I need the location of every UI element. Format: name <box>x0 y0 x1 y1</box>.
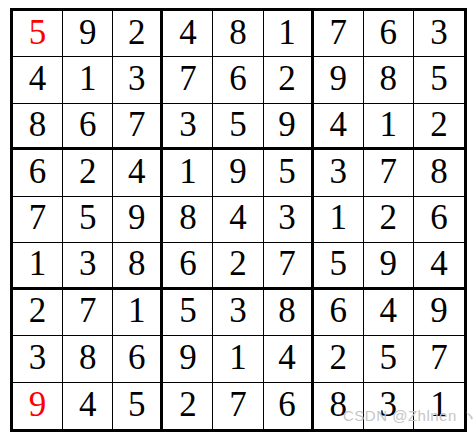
cell-r1c3: 2 <box>113 11 163 57</box>
cell-r3c1: 8 <box>13 104 63 150</box>
sudoku-board: 5924817634137629858673594126241953787598… <box>10 8 467 432</box>
cell-r7c4: 5 <box>163 290 213 336</box>
cell-r2c1: 4 <box>13 57 63 103</box>
cell-r3c6: 9 <box>264 104 314 150</box>
cell-r9c5: 7 <box>213 383 263 429</box>
cell-r1c4: 4 <box>163 11 213 57</box>
cell-r4c3: 4 <box>113 150 163 196</box>
cell-r1c1: 5 <box>13 11 63 57</box>
cell-r4c2: 2 <box>63 150 113 196</box>
cell-r3c4: 3 <box>163 104 213 150</box>
cell-r5c4: 8 <box>163 197 213 243</box>
cell-r6c7: 5 <box>314 243 364 289</box>
cell-r4c9: 8 <box>414 150 464 196</box>
cell-r4c1: 6 <box>13 150 63 196</box>
cell-r5c5: 4 <box>213 197 263 243</box>
cell-r6c3: 8 <box>113 243 163 289</box>
cell-r6c6: 7 <box>264 243 314 289</box>
cell-r8c1: 3 <box>13 336 63 382</box>
watermark: CSDN @Zhlnen ヽ <box>343 407 476 426</box>
cell-r2c2: 1 <box>63 57 113 103</box>
cell-r5c1: 7 <box>13 197 63 243</box>
cell-r1c7: 7 <box>314 11 364 57</box>
cell-r9c1: 9 <box>13 383 63 429</box>
cell-r5c2: 5 <box>63 197 113 243</box>
cell-r9c2: 4 <box>63 383 113 429</box>
cell-r7c5: 3 <box>213 290 263 336</box>
cell-r1c9: 3 <box>414 11 464 57</box>
cell-r2c4: 7 <box>163 57 213 103</box>
cell-r1c5: 8 <box>213 11 263 57</box>
cell-r4c6: 5 <box>264 150 314 196</box>
cell-r8c9: 7 <box>414 336 464 382</box>
cell-r8c3: 6 <box>113 336 163 382</box>
cell-r6c9: 4 <box>414 243 464 289</box>
cell-r8c4: 9 <box>163 336 213 382</box>
cell-r8c8: 5 <box>364 336 414 382</box>
cell-r8c2: 8 <box>63 336 113 382</box>
cell-r7c9: 9 <box>414 290 464 336</box>
cell-r4c5: 9 <box>213 150 263 196</box>
cell-r7c7: 6 <box>314 290 364 336</box>
cell-r5c3: 9 <box>113 197 163 243</box>
cell-r5c6: 3 <box>264 197 314 243</box>
cell-r2c7: 9 <box>314 57 364 103</box>
cell-r6c5: 2 <box>213 243 263 289</box>
cell-r5c8: 2 <box>364 197 414 243</box>
cell-r2c3: 3 <box>113 57 163 103</box>
cell-r8c6: 4 <box>264 336 314 382</box>
sudoku-diagram: 5924817634137629858673594126241953787598… <box>0 0 476 440</box>
cell-r8c7: 2 <box>314 336 364 382</box>
cell-r7c6: 8 <box>264 290 314 336</box>
cell-r5c7: 1 <box>314 197 364 243</box>
cell-r6c4: 6 <box>163 243 213 289</box>
cell-r2c5: 6 <box>213 57 263 103</box>
cell-r8c5: 1 <box>213 336 263 382</box>
cell-r1c8: 6 <box>364 11 414 57</box>
cell-r3c9: 2 <box>414 104 464 150</box>
cell-r3c8: 1 <box>364 104 414 150</box>
cell-r7c3: 1 <box>113 290 163 336</box>
cell-r7c2: 7 <box>63 290 113 336</box>
cell-r9c4: 2 <box>163 383 213 429</box>
cell-r3c5: 5 <box>213 104 263 150</box>
cell-r4c8: 7 <box>364 150 414 196</box>
cell-r9c3: 5 <box>113 383 163 429</box>
cell-r6c1: 1 <box>13 243 63 289</box>
cell-r3c3: 7 <box>113 104 163 150</box>
cell-r2c6: 2 <box>264 57 314 103</box>
cell-r4c7: 3 <box>314 150 364 196</box>
cell-r7c1: 2 <box>13 290 63 336</box>
cell-r6c8: 9 <box>364 243 414 289</box>
cell-r2c8: 8 <box>364 57 414 103</box>
cell-r2c9: 5 <box>414 57 464 103</box>
cell-r3c2: 6 <box>63 104 113 150</box>
cell-r9c6: 6 <box>264 383 314 429</box>
cell-r5c9: 6 <box>414 197 464 243</box>
cell-r4c4: 1 <box>163 150 213 196</box>
cell-r3c7: 4 <box>314 104 364 150</box>
cell-r1c6: 1 <box>264 11 314 57</box>
cell-r6c2: 3 <box>63 243 113 289</box>
cell-r7c8: 4 <box>364 290 414 336</box>
cell-r1c2: 9 <box>63 11 113 57</box>
